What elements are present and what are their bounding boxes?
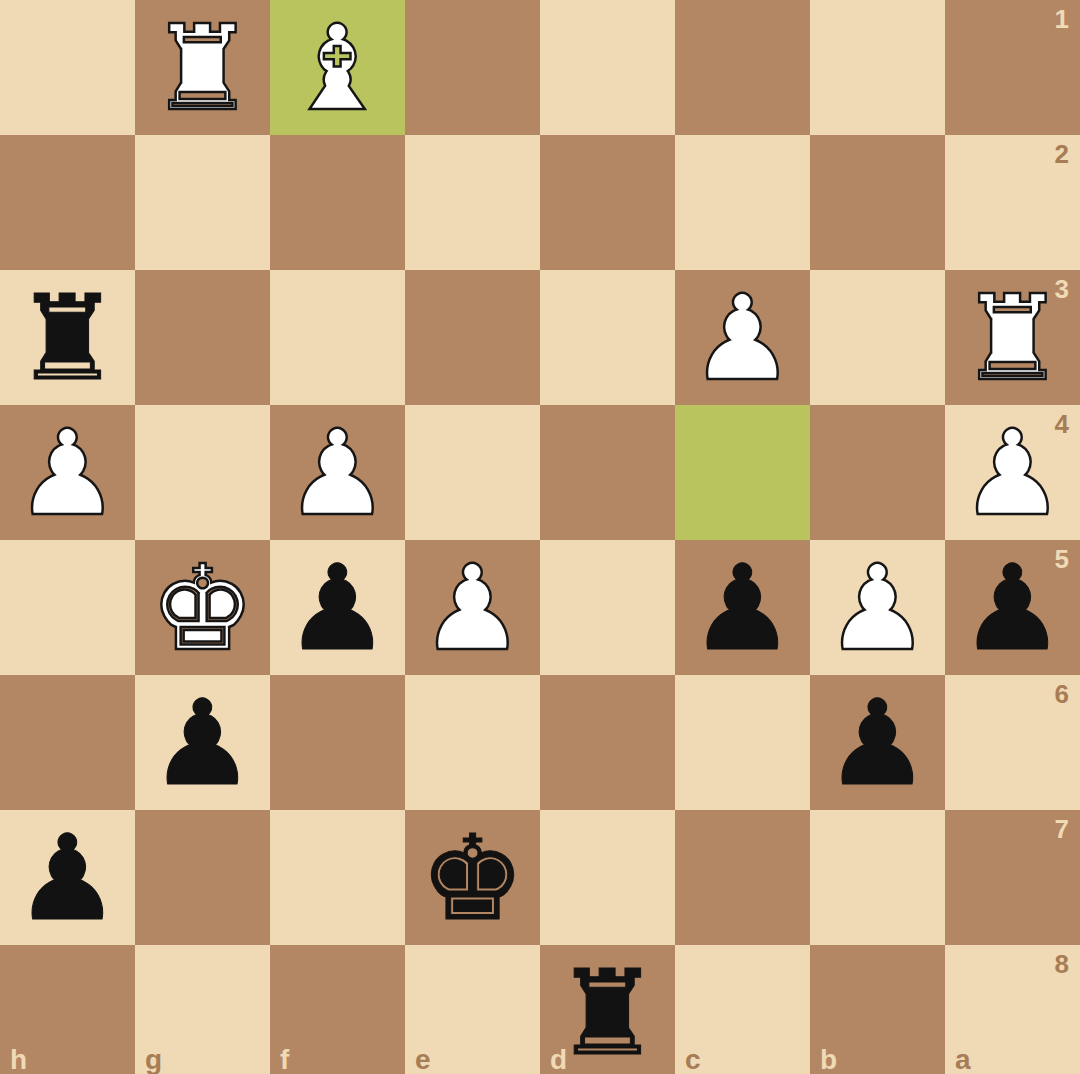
square-c2[interactable] (675, 135, 810, 270)
square-g5[interactable]: ♚ (135, 540, 270, 675)
square-h1[interactable] (0, 0, 135, 135)
white-pawn[interactable]: ♟ (285, 414, 391, 532)
square-a8[interactable]: 8a (945, 945, 1080, 1074)
square-f1[interactable]: ♝ (270, 0, 405, 135)
square-h2[interactable] (0, 135, 135, 270)
file-label-c: c (685, 1044, 701, 1074)
square-c7[interactable] (675, 810, 810, 945)
white-rook[interactable]: ♜ (960, 279, 1066, 397)
chess-board: ♜♝12♜♟3♜♟♟4♟♚♟♟♟♟5♟♟♟6♟♚7hgfed♜cb8a (0, 0, 1080, 1074)
square-h3[interactable]: ♜ (0, 270, 135, 405)
square-c1[interactable] (675, 0, 810, 135)
square-g3[interactable] (135, 270, 270, 405)
square-a3[interactable]: 3♜ (945, 270, 1080, 405)
square-e6[interactable] (405, 675, 540, 810)
square-b1[interactable] (810, 0, 945, 135)
white-rook[interactable]: ♜ (150, 9, 256, 127)
white-pawn[interactable]: ♟ (960, 414, 1066, 532)
square-g1[interactable]: ♜ (135, 0, 270, 135)
square-e8[interactable]: e (405, 945, 540, 1074)
square-d4[interactable] (540, 405, 675, 540)
square-c4[interactable] (675, 405, 810, 540)
square-b3[interactable] (810, 270, 945, 405)
square-f6[interactable] (270, 675, 405, 810)
square-a2[interactable]: 2 (945, 135, 1080, 270)
square-h8[interactable]: h (0, 945, 135, 1074)
square-e5[interactable]: ♟ (405, 540, 540, 675)
white-bishop[interactable]: ♝ (285, 9, 391, 127)
square-f5[interactable]: ♟ (270, 540, 405, 675)
square-g4[interactable] (135, 405, 270, 540)
rank-label-6: 6 (1055, 679, 1069, 710)
square-f7[interactable] (270, 810, 405, 945)
square-e1[interactable] (405, 0, 540, 135)
square-d3[interactable] (540, 270, 675, 405)
square-g6[interactable]: ♟ (135, 675, 270, 810)
square-e7[interactable]: ♚ (405, 810, 540, 945)
square-a5[interactable]: 5♟ (945, 540, 1080, 675)
square-a4[interactable]: 4♟ (945, 405, 1080, 540)
file-label-a: a (955, 1044, 971, 1074)
black-rook[interactable]: ♜ (15, 279, 121, 397)
white-king[interactable]: ♚ (150, 549, 256, 667)
rank-label-8: 8 (1055, 949, 1069, 980)
square-d6[interactable] (540, 675, 675, 810)
rank-label-1: 1 (1055, 4, 1069, 35)
white-pawn[interactable]: ♟ (420, 549, 526, 667)
file-label-e: e (415, 1044, 431, 1074)
black-pawn[interactable]: ♟ (285, 549, 391, 667)
rank-label-7: 7 (1055, 814, 1069, 845)
square-d5[interactable] (540, 540, 675, 675)
square-d8[interactable]: d♜ (540, 945, 675, 1074)
square-a6[interactable]: 6 (945, 675, 1080, 810)
square-f2[interactable] (270, 135, 405, 270)
square-h4[interactable]: ♟ (0, 405, 135, 540)
rank-label-2: 2 (1055, 139, 1069, 170)
square-g2[interactable] (135, 135, 270, 270)
white-pawn[interactable]: ♟ (825, 549, 931, 667)
square-f4[interactable]: ♟ (270, 405, 405, 540)
square-g7[interactable] (135, 810, 270, 945)
square-b2[interactable] (810, 135, 945, 270)
square-h5[interactable] (0, 540, 135, 675)
square-f8[interactable]: f (270, 945, 405, 1074)
square-b5[interactable]: ♟ (810, 540, 945, 675)
white-pawn[interactable]: ♟ (690, 279, 796, 397)
black-king[interactable]: ♚ (420, 819, 526, 937)
square-d7[interactable] (540, 810, 675, 945)
square-d2[interactable] (540, 135, 675, 270)
square-c8[interactable]: c (675, 945, 810, 1074)
square-h7[interactable]: ♟ (0, 810, 135, 945)
black-pawn[interactable]: ♟ (150, 684, 256, 802)
black-pawn[interactable]: ♟ (960, 549, 1066, 667)
square-c5[interactable]: ♟ (675, 540, 810, 675)
file-label-h: h (10, 1044, 27, 1074)
file-label-f: f (280, 1044, 289, 1074)
square-c6[interactable] (675, 675, 810, 810)
square-e2[interactable] (405, 135, 540, 270)
black-pawn[interactable]: ♟ (690, 549, 796, 667)
square-d1[interactable] (540, 0, 675, 135)
file-label-g: g (145, 1044, 162, 1074)
square-b4[interactable] (810, 405, 945, 540)
square-a7[interactable]: 7 (945, 810, 1080, 945)
square-h6[interactable] (0, 675, 135, 810)
file-label-b: b (820, 1044, 837, 1074)
square-b8[interactable]: b (810, 945, 945, 1074)
square-b6[interactable]: ♟ (810, 675, 945, 810)
square-b7[interactable] (810, 810, 945, 945)
square-e4[interactable] (405, 405, 540, 540)
square-c3[interactable]: ♟ (675, 270, 810, 405)
square-f3[interactable] (270, 270, 405, 405)
black-pawn[interactable]: ♟ (825, 684, 931, 802)
black-pawn[interactable]: ♟ (15, 819, 121, 937)
white-pawn[interactable]: ♟ (15, 414, 121, 532)
square-g8[interactable]: g (135, 945, 270, 1074)
square-e3[interactable] (405, 270, 540, 405)
square-a1[interactable]: 1 (945, 0, 1080, 135)
black-rook[interactable]: ♜ (555, 954, 661, 1072)
